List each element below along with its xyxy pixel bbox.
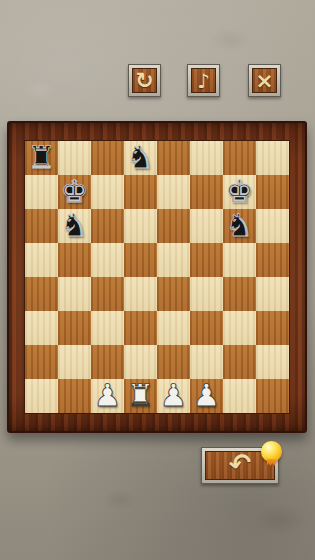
piece-black-knight[interactable]: ♞ <box>226 210 254 241</box>
square-e6[interactable] <box>157 209 190 243</box>
square-h1[interactable] <box>256 379 289 413</box>
chess-board: ♜♞♚♚♞♞♟♜♟♟ <box>24 140 290 414</box>
square-h3[interactable] <box>256 311 289 345</box>
square-a5[interactable] <box>25 243 58 277</box>
square-f7[interactable] <box>190 175 223 209</box>
square-b6[interactable]: ♞ <box>58 209 91 243</box>
square-f1[interactable]: ♟ <box>190 379 223 413</box>
music-button-face: ♪ <box>191 68 216 93</box>
square-d7[interactable] <box>124 175 157 209</box>
piece-white-rook[interactable]: ♜ <box>127 380 155 411</box>
square-e8[interactable] <box>157 141 190 175</box>
square-c1[interactable]: ♟ <box>91 379 124 413</box>
gold-coin-badge <box>261 441 282 462</box>
square-a4[interactable] <box>25 277 58 311</box>
piece-black-rook[interactable]: ♜ <box>28 142 56 173</box>
square-f4[interactable] <box>190 277 223 311</box>
restart-icon: ↻ <box>135 70 153 92</box>
square-d1[interactable]: ♜ <box>124 379 157 413</box>
square-f6[interactable] <box>190 209 223 243</box>
music-button[interactable]: ♪ <box>187 64 220 97</box>
square-e4[interactable] <box>157 277 190 311</box>
square-a2[interactable] <box>25 345 58 379</box>
undo-arrow-icon: ↶ <box>227 449 253 479</box>
square-d4[interactable] <box>124 277 157 311</box>
square-c5[interactable] <box>91 243 124 277</box>
square-c6[interactable] <box>91 209 124 243</box>
piece-black-knight[interactable]: ♞ <box>127 142 155 173</box>
close-button-face: × <box>252 68 277 93</box>
square-a7[interactable] <box>25 175 58 209</box>
square-f5[interactable] <box>190 243 223 277</box>
square-g5[interactable] <box>223 243 256 277</box>
square-a8[interactable]: ♜ <box>25 141 58 175</box>
square-g6[interactable]: ♞ <box>223 209 256 243</box>
music-note-icon: ♪ <box>197 71 210 91</box>
square-g3[interactable] <box>223 311 256 345</box>
square-b4[interactable] <box>58 277 91 311</box>
restart-button[interactable]: ↻ <box>128 64 161 97</box>
square-d5[interactable] <box>124 243 157 277</box>
square-e2[interactable] <box>157 345 190 379</box>
square-c2[interactable] <box>91 345 124 379</box>
square-e3[interactable] <box>157 311 190 345</box>
piece-white-pawn[interactable]: ♟ <box>193 380 221 411</box>
square-b2[interactable] <box>58 345 91 379</box>
square-d8[interactable]: ♞ <box>124 141 157 175</box>
square-d6[interactable] <box>124 209 157 243</box>
square-h2[interactable] <box>256 345 289 379</box>
square-b7[interactable]: ♚ <box>58 175 91 209</box>
piece-white-pawn[interactable]: ♟ <box>160 380 188 411</box>
square-c3[interactable] <box>91 311 124 345</box>
square-c7[interactable] <box>91 175 124 209</box>
square-c8[interactable] <box>91 141 124 175</box>
piece-black-knight[interactable]: ♞ <box>61 210 89 241</box>
square-d2[interactable] <box>124 345 157 379</box>
square-b1[interactable] <box>58 379 91 413</box>
square-d3[interactable] <box>124 311 157 345</box>
close-icon: × <box>255 70 273 92</box>
square-g7[interactable]: ♚ <box>223 175 256 209</box>
square-f3[interactable] <box>190 311 223 345</box>
square-a1[interactable] <box>25 379 58 413</box>
square-h6[interactable] <box>256 209 289 243</box>
square-a3[interactable] <box>25 311 58 345</box>
square-e5[interactable] <box>157 243 190 277</box>
square-g8[interactable] <box>223 141 256 175</box>
square-c4[interactable] <box>91 277 124 311</box>
square-g2[interactable] <box>223 345 256 379</box>
app-background: ↻ ♪ × ♜♞♚♚♞♞♟♜♟♟ ↶ <box>0 0 315 560</box>
square-e1[interactable]: ♟ <box>157 379 190 413</box>
square-h7[interactable] <box>256 175 289 209</box>
piece-white-pawn[interactable]: ♟ <box>94 380 122 411</box>
square-h5[interactable] <box>256 243 289 277</box>
square-g4[interactable] <box>223 277 256 311</box>
square-f2[interactable] <box>190 345 223 379</box>
square-h8[interactable] <box>256 141 289 175</box>
close-button[interactable]: × <box>248 64 281 97</box>
square-e7[interactable] <box>157 175 190 209</box>
chess-board-frame: ♜♞♚♚♞♞♟♜♟♟ <box>7 121 307 433</box>
square-a6[interactable] <box>25 209 58 243</box>
restart-button-face: ↻ <box>132 68 157 93</box>
piece-black-king[interactable]: ♚ <box>226 176 254 207</box>
square-g1[interactable] <box>223 379 256 413</box>
square-f8[interactable] <box>190 141 223 175</box>
square-b8[interactable] <box>58 141 91 175</box>
square-b3[interactable] <box>58 311 91 345</box>
square-h4[interactable] <box>256 277 289 311</box>
square-b5[interactable] <box>58 243 91 277</box>
piece-black-king[interactable]: ♚ <box>61 176 89 207</box>
